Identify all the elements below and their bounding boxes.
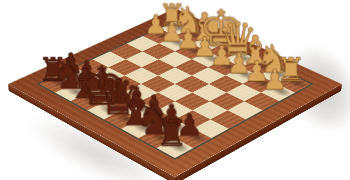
perspective-scene: ♜♞♝♚♛♝♞♜♟♟♟♟♟♟♟♟♟♟♟♟♟♟♟♟♜♞♝♚♛♝♞♜ [0, 0, 350, 180]
chess-set-product-photo: ♜♞♝♚♛♝♞♜♟♟♟♟♟♟♟♟♟♟♟♟♟♟♟♟♜♞♝♚♛♝♞♜ [0, 0, 350, 180]
board-frame: ♜♞♝♚♛♝♞♜♟♟♟♟♟♟♟♟♟♟♟♟♟♟♟♟♜♞♝♚♛♝♞♜ [8, 8, 342, 177]
square-a8: ♜ [157, 138, 194, 158]
piece-black-rook: ♜ [133, 116, 211, 150]
chess-board: ♜♞♝♚♛♝♞♜♟♟♟♟♟♟♟♟♟♟♟♟♟♟♟♟♜♞♝♚♛♝♞♜ [8, 8, 342, 177]
board-squares: ♜♞♝♚♛♝♞♜♟♟♟♟♟♟♟♟♟♟♟♟♟♟♟♟♜♞♝♚♛♝♞♜ [36, 20, 313, 160]
piece-white-pawn: ♟ [239, 67, 312, 94]
